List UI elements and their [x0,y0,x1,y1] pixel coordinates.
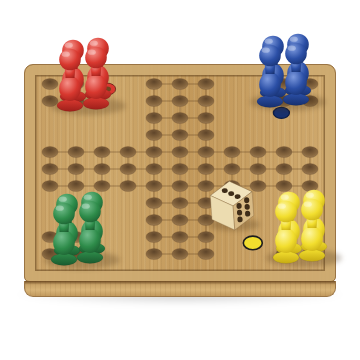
ludo-product-photo [0,0,360,360]
peg-yellow-4[interactable] [295,197,329,263]
peg-blue-4[interactable] [279,41,313,107]
die[interactable] [204,174,262,236]
peg-red-4[interactable] [79,45,113,111]
peg-green-4[interactable] [73,199,107,265]
